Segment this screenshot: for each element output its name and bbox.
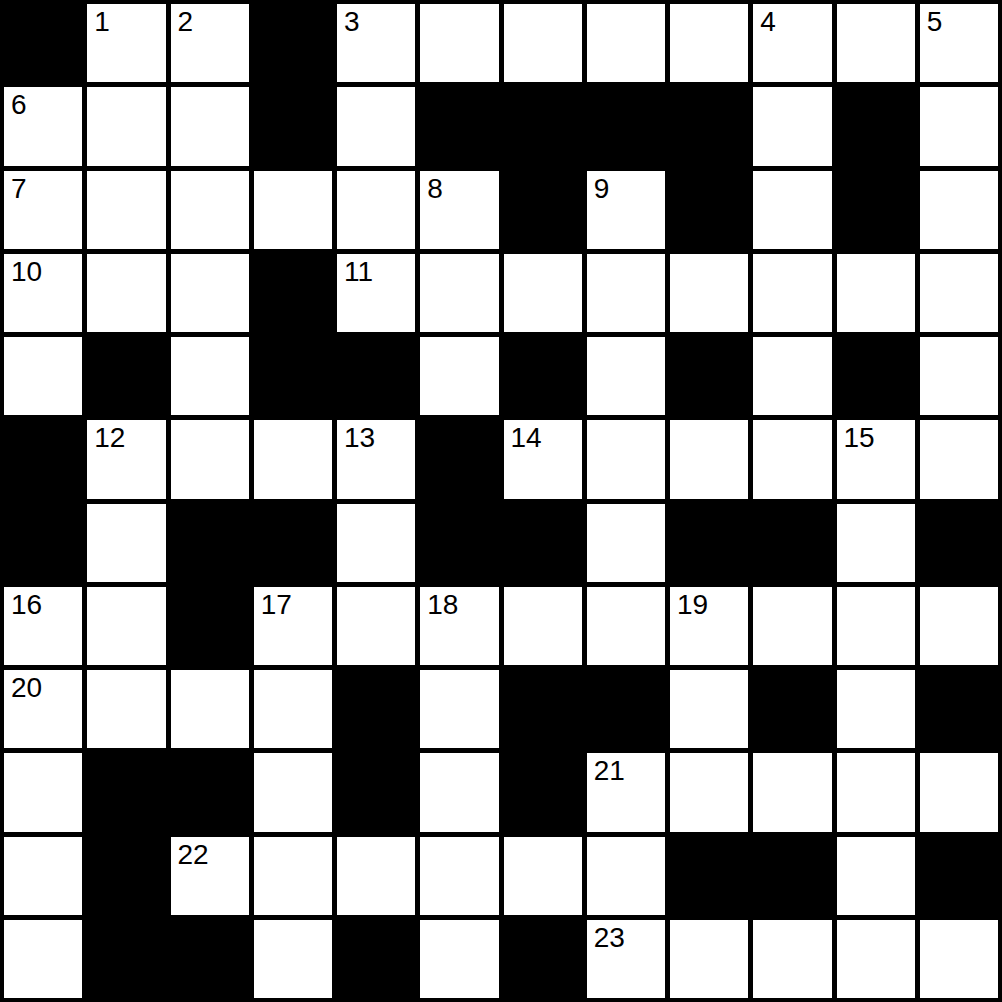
letter-cell[interactable] — [670, 4, 748, 82]
clue-number: 7 — [11, 173, 27, 205]
letter-cell[interactable] — [87, 254, 165, 332]
block-cell — [837, 87, 915, 165]
letter-cell[interactable] — [171, 87, 249, 165]
block-cell — [837, 171, 915, 249]
letter-cell[interactable] — [670, 920, 748, 998]
block-cell — [4, 420, 82, 498]
letter-cell[interactable] — [171, 670, 249, 748]
letter-cell[interactable]: 7 — [4, 171, 82, 249]
letter-cell[interactable] — [753, 171, 831, 249]
block-cell — [171, 587, 249, 665]
letter-cell[interactable]: 14 — [504, 420, 582, 498]
letter-cell[interactable] — [837, 504, 915, 582]
block-cell — [420, 420, 498, 498]
letter-cell[interactable]: 16 — [4, 587, 82, 665]
letter-cell[interactable] — [254, 837, 332, 915]
letter-cell[interactable] — [87, 171, 165, 249]
block-cell — [171, 753, 249, 831]
letter-cell[interactable] — [753, 753, 831, 831]
letter-cell[interactable] — [837, 920, 915, 998]
letter-cell[interactable]: 8 — [420, 171, 498, 249]
letter-cell[interactable]: 2 — [171, 4, 249, 82]
letter-cell[interactable] — [920, 587, 998, 665]
letter-cell[interactable] — [504, 4, 582, 82]
letter-cell[interactable] — [171, 420, 249, 498]
letter-cell[interactable] — [87, 670, 165, 748]
block-cell — [420, 87, 498, 165]
letter-cell[interactable] — [753, 337, 831, 415]
letter-cell[interactable]: 4 — [753, 4, 831, 82]
block-cell — [87, 837, 165, 915]
block-cell — [587, 87, 665, 165]
clue-number: 17 — [261, 589, 292, 621]
block-cell — [171, 504, 249, 582]
letter-cell[interactable] — [420, 4, 498, 82]
letter-cell[interactable] — [920, 337, 998, 415]
block-cell — [753, 504, 831, 582]
clue-number: 21 — [594, 755, 625, 787]
letter-cell[interactable] — [670, 753, 748, 831]
clue-number: 16 — [11, 589, 42, 621]
letter-cell[interactable]: 3 — [337, 4, 415, 82]
letter-cell[interactable] — [587, 504, 665, 582]
letter-cell[interactable] — [337, 587, 415, 665]
letter-cell[interactable]: 23 — [587, 920, 665, 998]
letter-cell[interactable]: 15 — [837, 420, 915, 498]
block-cell — [920, 837, 998, 915]
block-cell — [920, 504, 998, 582]
letter-cell[interactable] — [420, 254, 498, 332]
letter-cell[interactable] — [587, 337, 665, 415]
letter-cell[interactable]: 19 — [670, 587, 748, 665]
block-cell — [254, 87, 332, 165]
letter-cell[interactable] — [670, 420, 748, 498]
block-cell — [254, 504, 332, 582]
letter-cell[interactable] — [920, 753, 998, 831]
block-cell — [504, 670, 582, 748]
letter-cell[interactable]: 1 — [87, 4, 165, 82]
block-cell — [337, 920, 415, 998]
letter-cell[interactable] — [87, 87, 165, 165]
letter-cell[interactable] — [171, 337, 249, 415]
letter-cell[interactable]: 12 — [87, 420, 165, 498]
block-cell — [753, 670, 831, 748]
block-cell — [420, 504, 498, 582]
clue-number: 3 — [344, 6, 360, 38]
letter-cell[interactable] — [753, 920, 831, 998]
block-cell — [254, 4, 332, 82]
letter-cell[interactable] — [420, 753, 498, 831]
letter-cell[interactable] — [587, 587, 665, 665]
letter-cell[interactable]: 20 — [4, 670, 82, 748]
letter-cell[interactable] — [920, 87, 998, 165]
letter-cell[interactable] — [87, 504, 165, 582]
block-cell — [87, 337, 165, 415]
letter-cell[interactable] — [837, 753, 915, 831]
block-cell — [504, 87, 582, 165]
block-cell — [920, 670, 998, 748]
letter-cell[interactable] — [337, 504, 415, 582]
clue-number: 19 — [677, 589, 708, 621]
block-cell — [837, 337, 915, 415]
clue-number: 15 — [844, 422, 875, 454]
letter-cell[interactable] — [420, 670, 498, 748]
letter-cell[interactable] — [753, 420, 831, 498]
clue-number: 5 — [927, 6, 943, 38]
letter-cell[interactable]: 9 — [587, 171, 665, 249]
letter-cell[interactable] — [4, 920, 82, 998]
block-cell — [254, 254, 332, 332]
letter-cell[interactable]: 21 — [587, 753, 665, 831]
block-cell — [254, 337, 332, 415]
letter-cell[interactable] — [837, 670, 915, 748]
letter-cell[interactable] — [837, 837, 915, 915]
block-cell — [670, 87, 748, 165]
letter-cell[interactable] — [171, 171, 249, 249]
block-cell — [670, 837, 748, 915]
block-cell — [504, 171, 582, 249]
letter-cell[interactable] — [337, 837, 415, 915]
block-cell — [753, 837, 831, 915]
letter-cell[interactable]: 17 — [254, 587, 332, 665]
letter-cell[interactable] — [920, 171, 998, 249]
letter-cell[interactable]: 6 — [4, 87, 82, 165]
block-cell — [171, 920, 249, 998]
letter-cell[interactable] — [87, 587, 165, 665]
letter-cell[interactable]: 13 — [337, 420, 415, 498]
letter-cell[interactable] — [753, 254, 831, 332]
clue-number: 4 — [760, 6, 776, 38]
letter-cell[interactable] — [753, 587, 831, 665]
letter-cell[interactable] — [254, 753, 332, 831]
letter-cell[interactable] — [420, 837, 498, 915]
block-cell — [670, 171, 748, 249]
block-cell — [337, 337, 415, 415]
block-cell — [4, 4, 82, 82]
block-cell — [4, 504, 82, 582]
clue-number: 10 — [11, 256, 42, 288]
letter-cell[interactable] — [254, 920, 332, 998]
letter-cell[interactable]: 10 — [4, 254, 82, 332]
letter-cell[interactable] — [504, 254, 582, 332]
clue-number: 9 — [594, 173, 610, 205]
letter-cell[interactable] — [920, 420, 998, 498]
letter-cell[interactable] — [837, 4, 915, 82]
clue-number: 13 — [344, 422, 375, 454]
letter-cell[interactable] — [4, 337, 82, 415]
clue-number: 8 — [427, 173, 443, 205]
block-cell — [87, 753, 165, 831]
letter-cell[interactable] — [4, 753, 82, 831]
clue-number: 6 — [11, 89, 27, 121]
letter-cell[interactable]: 5 — [920, 4, 998, 82]
clue-number: 20 — [11, 672, 42, 704]
letter-cell[interactable] — [504, 587, 582, 665]
block-cell — [670, 337, 748, 415]
letter-cell[interactable] — [254, 171, 332, 249]
block-cell — [504, 753, 582, 831]
letter-cell[interactable] — [254, 420, 332, 498]
letter-cell[interactable] — [587, 420, 665, 498]
letter-cell[interactable] — [420, 920, 498, 998]
clue-number: 1 — [94, 6, 110, 38]
letter-cell[interactable] — [337, 87, 415, 165]
block-cell — [87, 920, 165, 998]
clue-number: 12 — [94, 422, 125, 454]
letter-cell[interactable] — [670, 254, 748, 332]
letter-cell[interactable] — [670, 670, 748, 748]
letter-cell[interactable] — [171, 254, 249, 332]
letter-cell[interactable]: 18 — [420, 587, 498, 665]
block-cell — [504, 920, 582, 998]
letter-cell[interactable]: 11 — [337, 254, 415, 332]
clue-number: 18 — [427, 589, 458, 621]
clue-number: 2 — [178, 6, 194, 38]
block-cell — [337, 670, 415, 748]
letter-cell[interactable] — [587, 837, 665, 915]
block-cell — [337, 753, 415, 831]
block-cell — [670, 504, 748, 582]
letter-cell[interactable] — [4, 837, 82, 915]
block-cell — [504, 504, 582, 582]
letter-cell[interactable] — [504, 837, 582, 915]
letter-cell[interactable] — [837, 587, 915, 665]
letter-cell[interactable] — [587, 4, 665, 82]
letter-cell[interactable] — [420, 337, 498, 415]
block-cell — [504, 337, 582, 415]
letter-cell[interactable] — [587, 254, 665, 332]
crossword-grid: 1234567891011121314151617181920212223 — [0, 0, 1002, 1002]
letter-cell[interactable] — [753, 87, 831, 165]
letter-cell[interactable]: 22 — [171, 837, 249, 915]
block-cell — [587, 670, 665, 748]
clue-number: 22 — [178, 839, 209, 871]
clue-number: 23 — [594, 922, 625, 954]
letter-cell[interactable] — [254, 670, 332, 748]
clue-number: 14 — [511, 422, 542, 454]
letter-cell[interactable] — [837, 254, 915, 332]
letter-cell[interactable] — [920, 254, 998, 332]
letter-cell[interactable] — [337, 171, 415, 249]
clue-number: 11 — [344, 256, 373, 288]
letter-cell[interactable] — [920, 920, 998, 998]
